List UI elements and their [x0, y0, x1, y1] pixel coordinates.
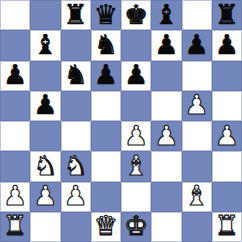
square-e3[interactable]: ♝: [121, 151, 151, 181]
black-pawn[interactable]: ♟: [154, 31, 178, 58]
square-f2[interactable]: [151, 182, 181, 212]
square-b8[interactable]: [30, 0, 60, 30]
square-d5[interactable]: [91, 91, 121, 121]
square-c1[interactable]: [61, 212, 91, 242]
square-b5[interactable]: ♟: [30, 91, 60, 121]
square-b3[interactable]: ♞: [30, 151, 60, 181]
black-pawn[interactable]: ♟: [124, 61, 148, 88]
square-e1[interactable]: ♚: [121, 212, 151, 242]
white-pawn[interactable]: ♟: [33, 182, 57, 209]
square-e2[interactable]: [121, 182, 151, 212]
black-knight[interactable]: ♞: [94, 31, 118, 58]
square-a1[interactable]: ♜: [0, 212, 30, 242]
square-h6[interactable]: [212, 61, 242, 91]
black-queen[interactable]: ♛: [94, 1, 118, 28]
white-pawn[interactable]: ♟: [185, 91, 209, 118]
square-c7[interactable]: [61, 30, 91, 60]
white-rook[interactable]: ♜: [215, 212, 239, 239]
square-c3[interactable]: ♞: [61, 151, 91, 181]
white-rook[interactable]: ♜: [3, 212, 27, 239]
chess-board: ♜♛♚♝♜♝♞♟♟♟♟♞♟♟♟♟♟♟♟♞♞♝♟♟♟♝♜♛♚♜: [0, 0, 242, 242]
white-pawn[interactable]: ♟: [215, 122, 239, 149]
square-g1[interactable]: [182, 212, 212, 242]
black-bishop[interactable]: ♝: [33, 31, 57, 58]
black-pawn[interactable]: ♟: [185, 31, 209, 58]
square-g5[interactable]: ♟: [182, 91, 212, 121]
square-a3[interactable]: [0, 151, 30, 181]
square-g4[interactable]: [182, 121, 212, 151]
square-a8[interactable]: [0, 0, 30, 30]
square-d1[interactable]: ♛: [91, 212, 121, 242]
white-pawn[interactable]: ♟: [64, 182, 88, 209]
black-rook[interactable]: ♜: [215, 1, 239, 28]
square-d4[interactable]: [91, 121, 121, 151]
square-a4[interactable]: [0, 121, 30, 151]
square-g7[interactable]: ♟: [182, 30, 212, 60]
square-d6[interactable]: ♟: [91, 61, 121, 91]
square-b6[interactable]: [30, 61, 60, 91]
black-bishop[interactable]: ♝: [154, 1, 178, 28]
square-f3[interactable]: [151, 151, 181, 181]
square-g8[interactable]: [182, 0, 212, 30]
square-e4[interactable]: ♟: [121, 121, 151, 151]
square-f1[interactable]: [151, 212, 181, 242]
square-f5[interactable]: [151, 91, 181, 121]
white-pawn[interactable]: ♟: [3, 182, 27, 209]
square-b1[interactable]: [30, 212, 60, 242]
white-knight[interactable]: ♞: [64, 152, 88, 179]
black-pawn[interactable]: ♟: [33, 91, 57, 118]
square-e8[interactable]: ♚: [121, 0, 151, 30]
black-pawn[interactable]: ♟: [3, 61, 27, 88]
white-bishop[interactable]: ♝: [185, 182, 209, 209]
white-knight[interactable]: ♞: [33, 152, 57, 179]
square-h7[interactable]: ♟: [212, 30, 242, 60]
white-pawn[interactable]: ♟: [154, 122, 178, 149]
square-d3[interactable]: [91, 151, 121, 181]
square-d7[interactable]: ♞: [91, 30, 121, 60]
white-queen[interactable]: ♛: [94, 212, 118, 239]
square-a6[interactable]: ♟: [0, 61, 30, 91]
black-king[interactable]: ♚: [124, 1, 148, 28]
square-h8[interactable]: ♜: [212, 0, 242, 30]
square-f4[interactable]: ♟: [151, 121, 181, 151]
square-b2[interactable]: ♟: [30, 182, 60, 212]
white-pawn[interactable]: ♟: [124, 122, 148, 149]
square-b7[interactable]: ♝: [30, 30, 60, 60]
square-c6[interactable]: ♞: [61, 61, 91, 91]
square-c2[interactable]: ♟: [61, 182, 91, 212]
square-f6[interactable]: [151, 61, 181, 91]
square-h5[interactable]: [212, 91, 242, 121]
square-a2[interactable]: ♟: [0, 182, 30, 212]
square-b4[interactable]: [30, 121, 60, 151]
square-d2[interactable]: [91, 182, 121, 212]
square-c4[interactable]: [61, 121, 91, 151]
square-h1[interactable]: ♜: [212, 212, 242, 242]
square-h4[interactable]: ♟: [212, 121, 242, 151]
square-e7[interactable]: [121, 30, 151, 60]
square-f8[interactable]: ♝: [151, 0, 181, 30]
black-knight[interactable]: ♞: [64, 61, 88, 88]
square-g6[interactable]: [182, 61, 212, 91]
square-c8[interactable]: ♜: [61, 0, 91, 30]
white-bishop[interactable]: ♝: [124, 152, 148, 179]
square-d8[interactable]: ♛: [91, 0, 121, 30]
square-a5[interactable]: [0, 91, 30, 121]
square-h3[interactable]: [212, 151, 242, 181]
white-king[interactable]: ♚: [124, 212, 148, 239]
square-c5[interactable]: [61, 91, 91, 121]
black-pawn[interactable]: ♟: [94, 61, 118, 88]
square-f7[interactable]: ♟: [151, 30, 181, 60]
square-h2[interactable]: [212, 182, 242, 212]
square-e6[interactable]: ♟: [121, 61, 151, 91]
black-pawn[interactable]: ♟: [215, 31, 239, 58]
black-rook[interactable]: ♜: [64, 1, 88, 28]
square-e5[interactable]: [121, 91, 151, 121]
square-g3[interactable]: [182, 151, 212, 181]
square-a7[interactable]: [0, 30, 30, 60]
square-g2[interactable]: ♝: [182, 182, 212, 212]
